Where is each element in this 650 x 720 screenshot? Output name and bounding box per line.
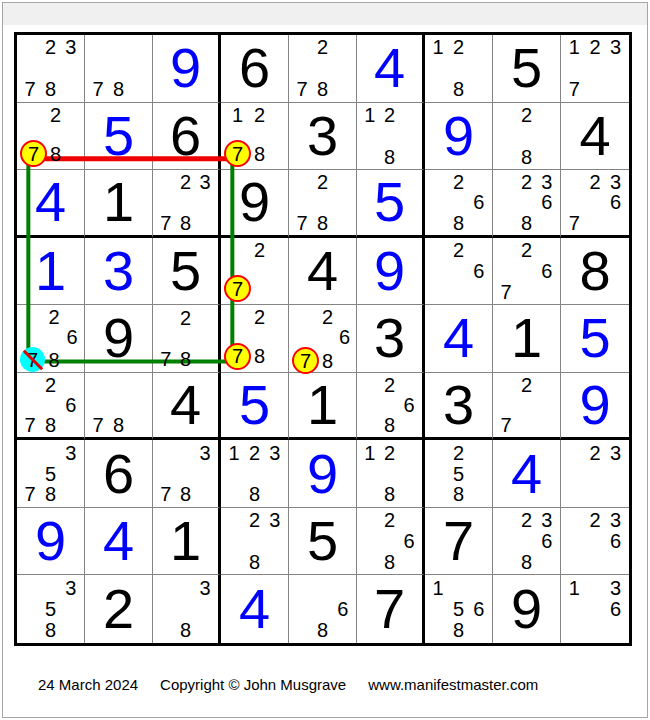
candidate-digit: 7 xyxy=(25,415,36,435)
cell-r7c7[interactable]: 258 xyxy=(425,440,493,508)
candidate-digit: 8 xyxy=(453,484,464,504)
candidate-digit: 8 xyxy=(521,147,532,167)
cell-r8c7[interactable]: 7 xyxy=(425,508,493,576)
cell-r9c3[interactable]: 38 xyxy=(153,575,221,643)
cell-r5c4[interactable]: 278 xyxy=(221,305,289,373)
candidate-digit: 8 xyxy=(249,552,260,572)
candidate-digit: 6 xyxy=(610,192,621,212)
candidate-digit: 2 xyxy=(521,510,532,530)
candidate-digit: 8 xyxy=(180,349,191,369)
candidate-digit: 8 xyxy=(45,415,56,435)
candidate-grid: 28 xyxy=(493,103,560,170)
candidate-digit: 7 xyxy=(501,282,512,302)
cell-r3c7[interactable]: 268 xyxy=(425,170,493,238)
candidate-digit: 8 xyxy=(453,79,464,99)
candidate-digit: 2 xyxy=(50,105,61,125)
eliminated-candidate-mark: 7 xyxy=(20,347,45,372)
candidate-digit: 6 xyxy=(473,261,484,281)
candidate-digit: 6 xyxy=(473,599,484,619)
cell-r3c5[interactable]: 278 xyxy=(289,170,357,238)
given-digit: 4 xyxy=(579,108,610,164)
given-digit: 3 xyxy=(307,108,338,164)
candidate-digit: 7 xyxy=(569,213,580,233)
cell-r4c8[interactable]: 267 xyxy=(493,238,561,306)
solved-digit: 9 xyxy=(35,513,66,569)
solved-digit: 1 xyxy=(35,243,66,299)
given-digit: 5 xyxy=(307,513,338,569)
solved-digit: 9 xyxy=(579,377,610,433)
cell-r4c5[interactable]: 4 xyxy=(289,238,357,306)
candidate-digit: 2 xyxy=(589,37,600,57)
candidate-digit: 2 xyxy=(45,37,56,57)
top-gray-band xyxy=(3,3,647,25)
cell-r6c4[interactable]: 5 xyxy=(221,373,289,441)
cell-r1c5[interactable]: 278 xyxy=(289,35,357,103)
solved-digit: 9 xyxy=(443,108,474,164)
cell-r1c9[interactable]: 1237 xyxy=(561,35,629,103)
candidate-digit: 2 xyxy=(254,307,265,327)
candidate-digit: 3 xyxy=(541,172,552,192)
candidate-digit: 6 xyxy=(473,192,484,212)
candidate-grid: 128 xyxy=(357,103,422,170)
cell-r8c6[interactable]: 268 xyxy=(357,508,425,576)
candidate-digit: 2 xyxy=(384,375,395,395)
candidate-digit: 7 xyxy=(297,213,308,233)
cell-r5c7[interactable]: 4 xyxy=(425,305,493,373)
cell-r9c4[interactable]: 4 xyxy=(221,575,289,643)
candidate-grid: 268 xyxy=(425,170,492,235)
cell-r6c2[interactable]: 78 xyxy=(85,373,153,441)
candidate-digit: 8 xyxy=(45,484,56,504)
solved-digit: 5 xyxy=(239,377,270,433)
given-digit: 3 xyxy=(443,377,474,433)
candidate-digit: 8 xyxy=(384,552,395,572)
candidate-digit: 2 xyxy=(589,172,600,192)
candidate-digit: 8 xyxy=(249,484,260,504)
candidate-digit: 2 xyxy=(180,308,191,328)
candidate-digit: 7 xyxy=(501,415,512,435)
candidate-digit: 8 xyxy=(317,620,328,640)
candidate-digit: 2 xyxy=(589,443,600,463)
candidate-digit: 8 xyxy=(521,552,532,572)
candidate-digit: 8 xyxy=(113,79,124,99)
footer-copyright: Copyright © John Musgrave xyxy=(160,676,346,693)
cell-r2c9[interactable]: 4 xyxy=(561,103,629,171)
given-digit: 1 xyxy=(103,174,134,230)
cell-r6c6[interactable]: 268 xyxy=(357,373,425,441)
cell-r2c4[interactable]: 1278 xyxy=(221,103,289,171)
cell-r4c3[interactable]: 5 xyxy=(153,238,221,306)
given-digit: 1 xyxy=(307,377,338,433)
candidate-digit: 5 xyxy=(453,599,464,619)
candidate-grid: 278 xyxy=(289,35,356,102)
cell-r7c1[interactable]: 3578 xyxy=(17,440,85,508)
candidate-grid: 278 xyxy=(17,103,84,170)
chain-node-mark: 7 xyxy=(224,275,251,302)
cell-r4c6[interactable]: 9 xyxy=(357,238,425,306)
cell-r9c7[interactable]: 1568 xyxy=(425,575,493,643)
solved-digit: 9 xyxy=(307,446,338,502)
candidate-digit: 7 xyxy=(25,79,36,99)
cell-r3c2[interactable]: 1 xyxy=(85,170,153,238)
cell-r3c9[interactable]: 2367 xyxy=(561,170,629,238)
given-digit: 8 xyxy=(579,243,610,299)
candidate-grid: 268 xyxy=(357,373,422,438)
candidate-grid: 278 xyxy=(153,305,218,372)
candidate-grid: 128 xyxy=(425,35,492,102)
given-digit: 1 xyxy=(170,513,201,569)
candidate-digit: 2 xyxy=(317,172,328,192)
cell-r4c4[interactable]: 27 xyxy=(221,238,289,306)
candidate-digit: 2 xyxy=(249,443,260,463)
candidate-grid: 1568 xyxy=(425,575,492,643)
candidate-digit: 5 xyxy=(45,599,56,619)
candidate-digit: 8 xyxy=(50,144,61,164)
candidate-digit: 6 xyxy=(610,531,621,551)
cell-r4c7[interactable]: 26 xyxy=(425,238,493,306)
given-digit: 6 xyxy=(239,40,270,96)
candidate-digit: 6 xyxy=(541,192,552,212)
candidate-digit: 2 xyxy=(45,375,56,395)
candidate-grid: 238 xyxy=(221,508,288,575)
cell-r9c5[interactable]: 68 xyxy=(289,575,357,643)
candidate-digit: 8 xyxy=(180,213,191,233)
candidate-digit: 8 xyxy=(45,79,56,99)
given-digit: 9 xyxy=(239,174,270,230)
candidate-grid: 1237 xyxy=(561,35,629,102)
sudoku-board-wrap: 2378789627841285123727856127831289284412… xyxy=(14,32,632,646)
given-digit: 5 xyxy=(511,40,542,96)
given-digit: 2 xyxy=(103,581,134,637)
given-digit: 5 xyxy=(170,243,201,299)
candidate-digit: 3 xyxy=(541,510,552,530)
solved-digit: 4 xyxy=(374,40,405,96)
candidate-grid: 258 xyxy=(425,440,492,507)
candidate-digit: 2 xyxy=(254,240,265,260)
candidate-digit: 1 xyxy=(433,578,444,598)
cell-r3c3[interactable]: 2378 xyxy=(153,170,221,238)
cell-r3c4[interactable]: 9 xyxy=(221,170,289,238)
candidate-grid: 128 xyxy=(357,440,422,507)
chain-node-mark: 7 xyxy=(292,347,319,374)
cell-r5c5[interactable]: 2678 xyxy=(289,305,357,373)
candidate-grid: 2678 xyxy=(17,305,84,372)
candidate-digit: 2 xyxy=(249,510,260,530)
cell-r1c6[interactable]: 4 xyxy=(357,35,425,103)
chain-node-mark: 7 xyxy=(224,140,251,167)
solved-digit: 5 xyxy=(374,174,405,230)
solved-digit: 5 xyxy=(579,310,610,366)
cell-r9c8[interactable]: 9 xyxy=(493,575,561,643)
candidate-digit: 2 xyxy=(453,240,464,260)
candidate-digit: 7 xyxy=(297,79,308,99)
cell-r7c5[interactable]: 9 xyxy=(289,440,357,508)
candidate-digit: 6 xyxy=(610,599,621,619)
solved-digit: 4 xyxy=(239,581,270,637)
chain-node-mark: 7 xyxy=(224,343,251,370)
given-digit: 7 xyxy=(374,581,405,637)
cell-r6c1[interactable]: 2678 xyxy=(17,373,85,441)
cell-r7c2[interactable]: 6 xyxy=(85,440,153,508)
cell-r2c2[interactable]: 5 xyxy=(85,103,153,171)
given-digit: 4 xyxy=(170,377,201,433)
candidate-digit: 3 xyxy=(269,510,280,530)
candidate-digit: 1 xyxy=(433,37,444,57)
candidate-grid: 78 xyxy=(85,35,152,102)
cell-r9c1[interactable]: 358 xyxy=(17,575,85,643)
candidate-digit: 7 xyxy=(569,79,580,99)
candidate-grid: 78 xyxy=(85,373,152,438)
candidate-digit: 2 xyxy=(317,37,328,57)
candidate-digit: 5 xyxy=(45,464,56,484)
candidate-grid: 2678 xyxy=(17,373,84,438)
solved-digit: 4 xyxy=(443,310,474,366)
given-digit: 7 xyxy=(443,513,474,569)
candidate-grid: 1278 xyxy=(221,103,288,170)
cell-r3c6[interactable]: 5 xyxy=(357,170,425,238)
candidate-digit: 3 xyxy=(610,172,621,192)
candidate-grid: 38 xyxy=(153,575,218,643)
given-digit: 6 xyxy=(103,446,134,502)
candidate-grid: 1238 xyxy=(221,440,288,507)
cell-r4c9[interactable]: 8 xyxy=(561,238,629,306)
cell-r1c7[interactable]: 128 xyxy=(425,35,493,103)
candidate-grid: 2378 xyxy=(17,35,84,102)
given-digit: 9 xyxy=(511,581,542,637)
candidate-digit: 8 xyxy=(317,213,328,233)
candidate-digit: 8 xyxy=(317,79,328,99)
candidate-digit: 6 xyxy=(66,327,77,347)
cell-r3c8[interactable]: 2368 xyxy=(493,170,561,238)
solved-digit: 5 xyxy=(103,108,134,164)
cell-r1c4[interactable]: 6 xyxy=(221,35,289,103)
cell-r5c6[interactable]: 3 xyxy=(357,305,425,373)
cell-r6c3[interactable]: 4 xyxy=(153,373,221,441)
cell-r4c1[interactable]: 1 xyxy=(17,238,85,306)
candidate-digit: 2 xyxy=(254,105,265,125)
candidate-digit: 6 xyxy=(337,599,348,619)
candidate-grid: 2367 xyxy=(561,170,629,235)
solved-digit: 3 xyxy=(103,243,134,299)
candidate-grid: 27 xyxy=(221,238,288,305)
candidate-digit: 8 xyxy=(384,484,395,504)
candidate-digit: 2 xyxy=(384,105,395,125)
cell-r8c2[interactable]: 4 xyxy=(85,508,153,576)
candidate-grid: 2378 xyxy=(153,170,218,235)
cell-r5c8[interactable]: 1 xyxy=(493,305,561,373)
cell-r3c1[interactable]: 4 xyxy=(17,170,85,238)
candidate-digit: 6 xyxy=(404,531,415,551)
cell-r2c3[interactable]: 6 xyxy=(153,103,221,171)
candidate-digit: 3 xyxy=(65,37,76,57)
candidate-digit: 1 xyxy=(229,443,240,463)
candidate-grid: 2368 xyxy=(493,508,560,575)
cell-r8c4[interactable]: 238 xyxy=(221,508,289,576)
cell-r6c8[interactable]: 27 xyxy=(493,373,561,441)
footer-date: 24 March 2024 xyxy=(38,676,138,693)
candidate-digit: 8 xyxy=(453,213,464,233)
candidate-digit: 8 xyxy=(180,620,191,640)
cell-r8c3[interactable]: 1 xyxy=(153,508,221,576)
candidate-digit: 2 xyxy=(521,172,532,192)
candidate-grid: 2368 xyxy=(493,170,560,235)
candidate-grid: 26 xyxy=(425,238,492,305)
cell-r5c9[interactable]: 5 xyxy=(561,305,629,373)
candidate-digit: 7 xyxy=(160,349,171,369)
solved-digit: 9 xyxy=(170,40,201,96)
candidate-digit: 2 xyxy=(48,307,59,327)
candidate-digit: 7 xyxy=(93,415,104,435)
candidate-digit: 3 xyxy=(269,443,280,463)
cell-r2c7[interactable]: 9 xyxy=(425,103,493,171)
cell-r1c2[interactable]: 78 xyxy=(85,35,153,103)
candidate-digit: 3 xyxy=(610,510,621,530)
candidate-digit: 6 xyxy=(404,395,415,415)
given-digit: 3 xyxy=(374,310,405,366)
cell-r8c8[interactable]: 2368 xyxy=(493,508,561,576)
candidate-grid: 27 xyxy=(493,373,560,438)
candidate-grid: 136 xyxy=(561,575,629,643)
solved-digit: 9 xyxy=(374,243,405,299)
cell-r8c9[interactable]: 236 xyxy=(561,508,629,576)
candidate-digit: 8 xyxy=(48,350,59,370)
footer: 24 March 2024 Copyright © John Musgrave … xyxy=(0,672,650,696)
candidate-digit: 8 xyxy=(453,620,464,640)
candidate-grid: 68 xyxy=(289,575,356,643)
candidate-digit: 1 xyxy=(364,105,375,125)
candidate-digit: 6 xyxy=(541,531,552,551)
candidate-digit: 1 xyxy=(364,443,375,463)
candidate-digit: 2 xyxy=(453,172,464,192)
cell-r7c6[interactable]: 128 xyxy=(357,440,425,508)
candidate-grid: 2678 xyxy=(289,305,356,372)
candidate-digit: 8 xyxy=(521,213,532,233)
candidate-grid: 278 xyxy=(289,170,356,235)
cell-r7c4[interactable]: 1238 xyxy=(221,440,289,508)
candidate-grid: 23 xyxy=(561,440,629,507)
candidate-digit: 3 xyxy=(65,443,76,463)
candidate-grid: 278 xyxy=(221,305,288,372)
candidate-grid: 378 xyxy=(153,440,218,507)
solved-digit: 4 xyxy=(35,174,66,230)
candidate-grid: 3578 xyxy=(17,440,84,507)
cell-r1c8[interactable]: 5 xyxy=(493,35,561,103)
cell-r8c5[interactable]: 5 xyxy=(289,508,357,576)
candidate-digit: 8 xyxy=(45,620,56,640)
candidate-digit: 3 xyxy=(200,578,211,598)
given-digit: 9 xyxy=(103,310,134,366)
candidate-digit: 7 xyxy=(93,79,104,99)
candidate-digit: 6 xyxy=(541,261,552,281)
candidate-grid: 358 xyxy=(17,575,84,643)
candidate-digit: 3 xyxy=(610,37,621,57)
solved-digit: 4 xyxy=(103,513,134,569)
candidate-digit: 2 xyxy=(384,443,395,463)
candidate-grid: 268 xyxy=(357,508,422,575)
candidate-digit: 5 xyxy=(453,464,464,484)
candidate-digit: 1 xyxy=(569,578,580,598)
candidate-digit: 6 xyxy=(339,327,350,347)
cell-r9c2[interactable]: 2 xyxy=(85,575,153,643)
cell-r9c9[interactable]: 136 xyxy=(561,575,629,643)
cell-r9c6[interactable]: 7 xyxy=(357,575,425,643)
candidate-digit: 8 xyxy=(384,415,395,435)
candidate-digit: 2 xyxy=(322,307,333,327)
candidate-digit: 1 xyxy=(569,37,580,57)
cell-r5c2[interactable]: 9 xyxy=(85,305,153,373)
candidate-digit: 1 xyxy=(232,105,243,125)
candidate-digit: 2 xyxy=(589,510,600,530)
chain-node-mark: 7 xyxy=(20,140,47,167)
given-digit: 6 xyxy=(170,108,201,164)
cell-r5c3[interactable]: 278 xyxy=(153,305,221,373)
cell-r7c8[interactable]: 4 xyxy=(493,440,561,508)
candidate-digit: 2 xyxy=(453,443,464,463)
footer-website: www.manifestmaster.com xyxy=(368,676,538,693)
candidate-digit: 8 xyxy=(384,147,395,167)
candidate-digit: 2 xyxy=(521,105,532,125)
cell-r2c1[interactable]: 278 xyxy=(17,103,85,171)
cell-r7c9[interactable]: 23 xyxy=(561,440,629,508)
solved-digit: 4 xyxy=(511,446,542,502)
candidate-digit: 2 xyxy=(180,172,191,192)
candidate-digit: 6 xyxy=(65,395,76,415)
cell-r6c9[interactable]: 9 xyxy=(561,373,629,441)
candidate-digit: 8 xyxy=(254,144,265,164)
cell-r1c3[interactable]: 9 xyxy=(153,35,221,103)
candidate-digit: 7 xyxy=(160,484,171,504)
candidate-digit: 2 xyxy=(384,510,395,530)
cell-r6c7[interactable]: 3 xyxy=(425,373,493,441)
candidate-digit: 3 xyxy=(65,578,76,598)
candidate-grid: 267 xyxy=(493,238,560,305)
candidate-digit: 3 xyxy=(610,443,621,463)
candidate-digit: 7 xyxy=(160,213,171,233)
cell-r4c2[interactable]: 3 xyxy=(85,238,153,306)
candidate-digit: 8 xyxy=(322,351,333,371)
candidate-digit: 3 xyxy=(200,172,211,192)
cell-r5c1[interactable]: 2678 xyxy=(17,305,85,373)
cell-r6c5[interactable]: 1 xyxy=(289,373,357,441)
cell-r8c1[interactable]: 9 xyxy=(17,508,85,576)
candidate-digit: 2 xyxy=(453,37,464,57)
candidate-digit: 2 xyxy=(521,375,532,395)
candidate-grid: 236 xyxy=(561,508,629,575)
cell-r2c8[interactable]: 28 xyxy=(493,103,561,171)
candidate-digit: 2 xyxy=(521,240,532,260)
candidate-digit: 3 xyxy=(610,578,621,598)
cell-r2c6[interactable]: 128 xyxy=(357,103,425,171)
candidate-digit: 8 xyxy=(113,415,124,435)
cell-r7c3[interactable]: 378 xyxy=(153,440,221,508)
given-digit: 4 xyxy=(307,243,338,299)
cell-r2c5[interactable]: 3 xyxy=(289,103,357,171)
candidate-digit: 7 xyxy=(25,484,36,504)
given-digit: 1 xyxy=(511,310,542,366)
candidate-digit: 8 xyxy=(180,484,191,504)
cell-r1c1[interactable]: 2378 xyxy=(17,35,85,103)
sudoku-board: 2378789627841285123727856127831289284412… xyxy=(14,32,632,646)
candidate-digit: 8 xyxy=(254,346,265,366)
candidate-digit: 3 xyxy=(200,443,211,463)
